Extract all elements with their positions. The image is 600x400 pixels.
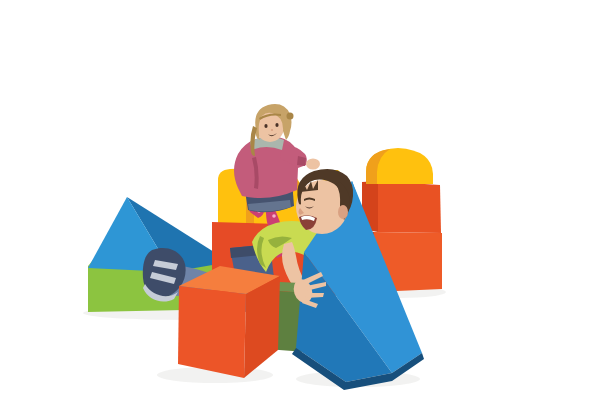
girl-hand [306, 159, 320, 170]
photo-canvas [0, 0, 600, 400]
foreground-cube-front [178, 286, 246, 378]
girl-nose [271, 129, 273, 131]
girl-eye-right [275, 123, 278, 127]
tower-top-cube-front [378, 181, 441, 233]
girl-braid-right [287, 113, 294, 120]
girl-tights-dot [272, 214, 276, 218]
foam-blocks-scene [0, 0, 600, 400]
girl-eye-left [264, 124, 267, 128]
boy-ear [338, 205, 348, 219]
